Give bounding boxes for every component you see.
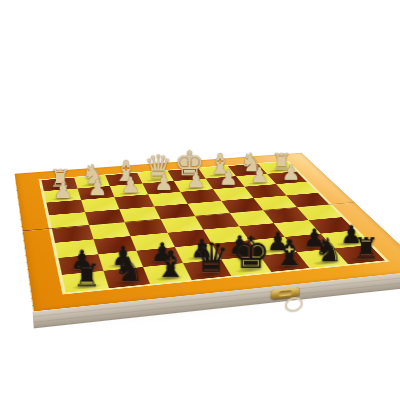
chess-box: ♜♞♝♛♚♝♞♜♟♟♟♟♟♟♟♟♟♟♟♟♟♟♟♟♜♞♝♛♚♝♞♜ bbox=[15, 153, 400, 312]
black-rook: ♜ bbox=[353, 234, 379, 263]
black-king: ♚ bbox=[231, 231, 270, 275]
square-4-2 bbox=[125, 219, 167, 236]
brass-clasp-detail bbox=[279, 290, 293, 297]
square-4-0 bbox=[52, 225, 93, 242]
square-3-1 bbox=[84, 209, 124, 225]
black-bishop: ♝ bbox=[274, 235, 306, 270]
scene: ♜♞♝♛♚♝♞♜♟♟♟♟♟♟♟♟♟♟♟♟♟♟♟♟♜♞♝♛♚♝♞♜ bbox=[0, 0, 400, 400]
metal-ring bbox=[285, 296, 303, 313]
product-photo-chess-set: { "game": "chess", "scene": { "descripti… bbox=[0, 0, 400, 400]
square-3-0 bbox=[49, 212, 89, 228]
square-4-3 bbox=[160, 216, 203, 233]
black-bishop: ♝ bbox=[154, 246, 187, 282]
black-knight: ♞ bbox=[313, 234, 342, 267]
black-knight: ♞ bbox=[114, 253, 145, 287]
black-rook: ♜ bbox=[73, 260, 101, 291]
square-4-1 bbox=[89, 222, 131, 239]
black-queen: ♛ bbox=[193, 238, 230, 279]
